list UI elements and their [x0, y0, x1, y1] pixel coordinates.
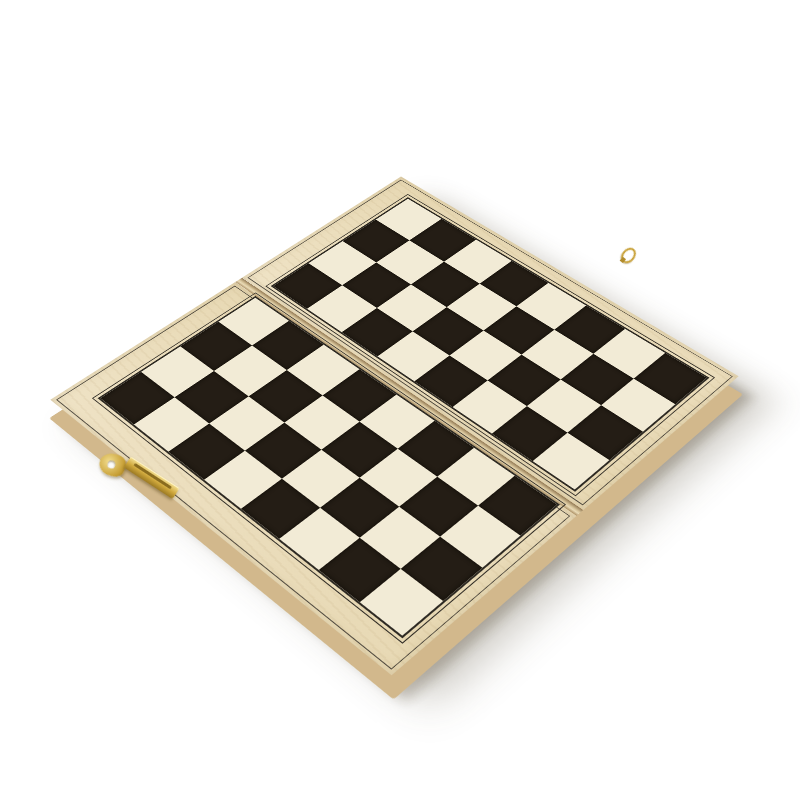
chess-board	[50, 177, 738, 676]
board-label-6	[605, 429, 660, 471]
brass-eyelet-icon	[618, 245, 639, 266]
printed-frame-left	[92, 292, 566, 643]
product-photo-scene	[0, 0, 800, 800]
square-e5[interactable]	[414, 356, 487, 408]
